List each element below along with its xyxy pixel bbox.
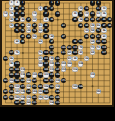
goban: 2413579611138151710192112141623251827292… [2,1,112,105]
black-stone: 211 [32,100,37,105]
screenshot-root: 2413579611138151710192112141623251827292… [0,0,115,121]
board-grid[interactable]: 2413579611138151710192112141623251827292… [3,0,113,105]
letterbox-bar [0,107,115,121]
intersection-19-19[interactable] [107,100,113,106]
white-stone: 164 [49,100,54,105]
black-stone: 207 [14,100,19,105]
goban-frame: 2413579611138151710192112141623251827292… [0,0,114,107]
white-stone: 162 [26,100,31,105]
black-stone: 209 [20,100,25,105]
black-stone: 213 [55,100,60,105]
